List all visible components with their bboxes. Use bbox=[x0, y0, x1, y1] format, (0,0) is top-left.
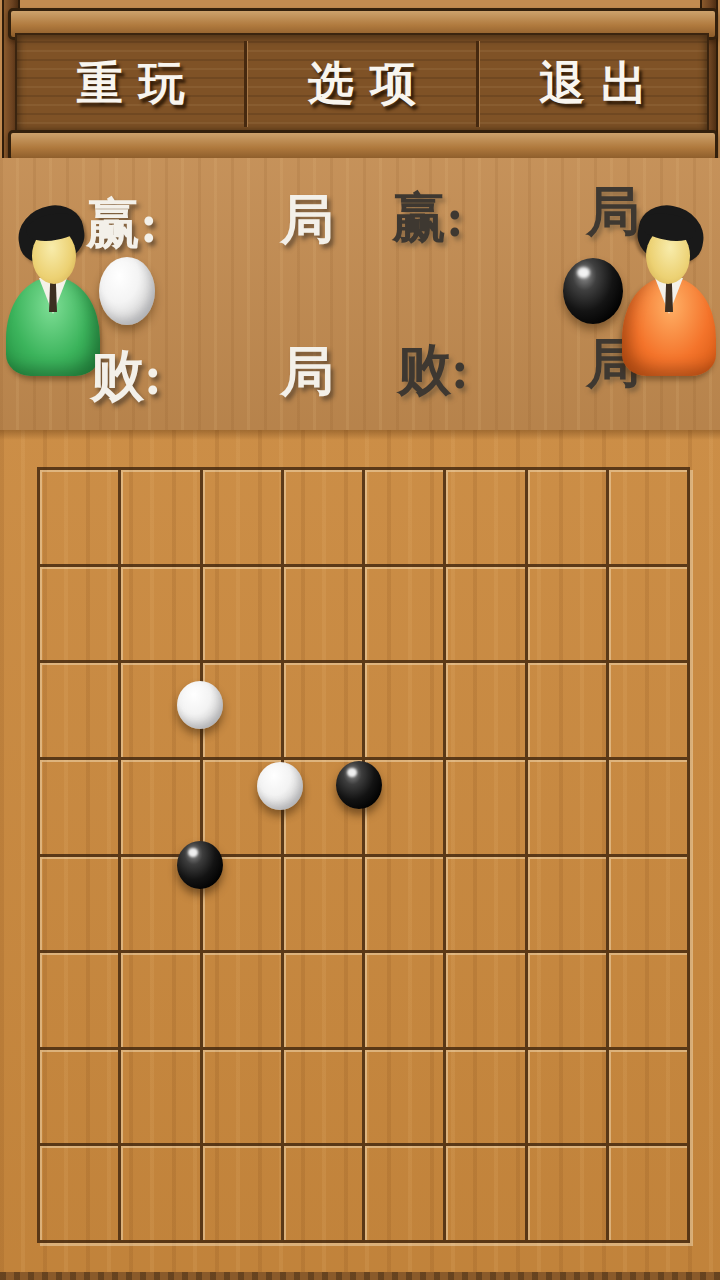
board-cell[interactable] bbox=[525, 854, 606, 951]
menu-sign: 重玩 选项 退出 bbox=[0, 0, 720, 170]
right-player-black-stone-icon bbox=[563, 258, 623, 324]
board-cell[interactable] bbox=[200, 1143, 281, 1240]
board-cell[interactable] bbox=[606, 1047, 687, 1144]
board-cell[interactable] bbox=[525, 757, 606, 854]
board-cell[interactable] bbox=[606, 1143, 687, 1240]
board-cell[interactable] bbox=[200, 1047, 281, 1144]
board-cell[interactable] bbox=[200, 950, 281, 1047]
board-cell[interactable] bbox=[362, 1143, 443, 1240]
board-cell[interactable] bbox=[118, 757, 199, 854]
board-cell[interactable] bbox=[525, 660, 606, 757]
board-cell[interactable] bbox=[443, 564, 524, 661]
board-cell[interactable] bbox=[37, 564, 118, 661]
right-win-label: 赢: bbox=[392, 182, 464, 255]
board-cell[interactable] bbox=[362, 854, 443, 951]
board-cell[interactable] bbox=[281, 854, 362, 951]
exit-button[interactable]: 退出 bbox=[480, 35, 707, 133]
board-cell[interactable] bbox=[362, 564, 443, 661]
board-cell[interactable] bbox=[525, 1047, 606, 1144]
board-cell[interactable] bbox=[200, 757, 281, 854]
board-cell[interactable] bbox=[525, 1143, 606, 1240]
left-avatar-tie bbox=[49, 280, 57, 312]
board-cell[interactable] bbox=[200, 467, 281, 564]
replay-button[interactable]: 重玩 bbox=[17, 35, 244, 133]
board-cell[interactable] bbox=[118, 660, 199, 757]
board-cell[interactable] bbox=[281, 1047, 362, 1144]
board-cell[interactable] bbox=[362, 1047, 443, 1144]
board-cell[interactable] bbox=[37, 1047, 118, 1144]
board-cell[interactable] bbox=[443, 1143, 524, 1240]
board-cell[interactable] bbox=[281, 564, 362, 661]
left-player-white-stone-icon bbox=[99, 257, 155, 325]
board-cell[interactable] bbox=[200, 854, 281, 951]
board-cell[interactable] bbox=[362, 950, 443, 1047]
board-cell[interactable] bbox=[525, 950, 606, 1047]
board-cell[interactable] bbox=[37, 467, 118, 564]
board-cell[interactable] bbox=[606, 854, 687, 951]
board-cell[interactable] bbox=[37, 660, 118, 757]
board-cell[interactable] bbox=[443, 660, 524, 757]
board-cell[interactable] bbox=[118, 1143, 199, 1240]
board-cell[interactable] bbox=[443, 467, 524, 564]
board-cell[interactable] bbox=[606, 564, 687, 661]
board-cell[interactable] bbox=[443, 1047, 524, 1144]
left-loss-label: 败: bbox=[90, 340, 162, 413]
board-cell[interactable] bbox=[362, 660, 443, 757]
scoreboard: 赢: 局 败: 局 赢: 局 败: 局 bbox=[0, 158, 720, 430]
board-cell[interactable] bbox=[525, 564, 606, 661]
game-board[interactable] bbox=[0, 430, 720, 1280]
board-cell[interactable] bbox=[37, 757, 118, 854]
board-cell[interactable] bbox=[281, 660, 362, 757]
board-cell[interactable] bbox=[443, 950, 524, 1047]
board-cell[interactable] bbox=[606, 660, 687, 757]
board-cell[interactable] bbox=[37, 1143, 118, 1240]
left-loss-unit: 局 bbox=[280, 336, 334, 409]
right-avatar-tie bbox=[665, 280, 673, 312]
board-cell[interactable] bbox=[118, 564, 199, 661]
board-cell[interactable] bbox=[362, 757, 443, 854]
right-player-avatar-icon bbox=[622, 204, 716, 376]
right-loss-label: 败: bbox=[397, 334, 469, 407]
board-cell[interactable] bbox=[606, 950, 687, 1047]
board-cell[interactable] bbox=[606, 757, 687, 854]
left-win-label: 赢: bbox=[86, 188, 158, 261]
board-cell[interactable] bbox=[606, 467, 687, 564]
board-cell[interactable] bbox=[281, 467, 362, 564]
board-cell[interactable] bbox=[37, 950, 118, 1047]
board-cell[interactable] bbox=[37, 854, 118, 951]
board-cell[interactable] bbox=[281, 1143, 362, 1240]
options-button[interactable]: 选项 bbox=[248, 35, 475, 133]
board-cell[interactable] bbox=[281, 950, 362, 1047]
board-cell[interactable] bbox=[200, 564, 281, 661]
board-cell[interactable] bbox=[118, 1047, 199, 1144]
board-cell[interactable] bbox=[443, 757, 524, 854]
board-cell[interactable] bbox=[200, 660, 281, 757]
board-cell[interactable] bbox=[281, 757, 362, 854]
left-win-unit: 局 bbox=[280, 184, 334, 257]
board-cell[interactable] bbox=[118, 950, 199, 1047]
board-cell[interactable] bbox=[525, 467, 606, 564]
board-bottom-edge bbox=[0, 1272, 720, 1280]
board-grid[interactable] bbox=[37, 467, 690, 1243]
board-cell[interactable] bbox=[362, 467, 443, 564]
board-cell[interactable] bbox=[118, 467, 199, 564]
board-cell[interactable] bbox=[443, 854, 524, 951]
menu-bar: 重玩 选项 退出 bbox=[15, 33, 709, 135]
board-cell[interactable] bbox=[118, 854, 199, 951]
